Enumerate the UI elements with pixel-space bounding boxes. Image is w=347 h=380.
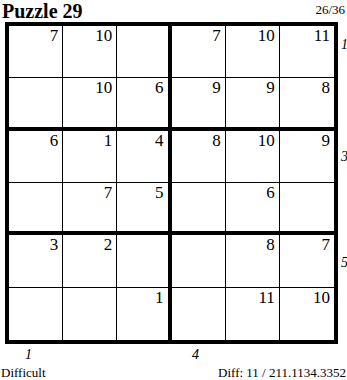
cell-r1c4: 7: [172, 26, 226, 78]
cell-r6c3: 1: [117, 288, 171, 340]
cell-r1c3: [117, 26, 171, 78]
cell-r2c5: 9: [226, 78, 280, 130]
cell-r4c4: [172, 183, 226, 235]
cell-r4c3: 5: [117, 183, 171, 235]
cell-r1c5: 10: [226, 26, 280, 78]
cell-r4c5: 6: [226, 183, 280, 235]
cell-r3c4: 8: [172, 131, 226, 183]
row-label-5: 5: [341, 256, 347, 270]
cell-r6c4: [172, 288, 226, 340]
cell-r5c4: [172, 235, 226, 287]
cell-r2c2: 10: [63, 78, 117, 130]
difficulty-label: Difficult: [1, 366, 46, 379]
cell-r3c3: 4: [117, 131, 171, 183]
diff-stats: Diff: 11 / 211.1134.3352: [218, 366, 346, 379]
row-label-1: 1: [341, 38, 347, 52]
cell-r4c1: [9, 183, 63, 235]
cell-r3c2: 1: [63, 131, 117, 183]
cell-r6c1: [9, 288, 63, 340]
given-count: 26/36: [315, 3, 345, 16]
cell-r3c6: 9: [280, 131, 334, 183]
cell-r2c3: 6: [117, 78, 171, 130]
page-title: Puzzle 29: [2, 1, 83, 21]
cell-r1c2: 10: [63, 26, 117, 78]
cell-r1c6: 11: [280, 26, 334, 78]
cell-r5c3: [117, 235, 171, 287]
cell-r5c5: 8: [226, 235, 280, 287]
cell-r2c1: [9, 78, 63, 130]
col-label-4: 4: [192, 348, 199, 362]
cell-r6c6: 10: [280, 288, 334, 340]
cell-r4c6: [280, 183, 334, 235]
cell-r3c1: 6: [9, 131, 63, 183]
puzzle-grid: 7 10 7 10 11 10 6 9 9 8 6 1 4 8 10 9 7 5…: [5, 22, 338, 344]
cell-r4c2: 7: [63, 183, 117, 235]
cell-r2c4: 9: [172, 78, 226, 130]
col-label-1: 1: [25, 348, 32, 362]
cell-r5c2: 2: [63, 235, 117, 287]
cell-r6c2: [63, 288, 117, 340]
row-label-3: 3: [341, 150, 347, 164]
cell-r6c5: 11: [226, 288, 280, 340]
cell-r5c6: 7: [280, 235, 334, 287]
cell-r3c5: 10: [226, 131, 280, 183]
cell-r1c1: 7: [9, 26, 63, 78]
puzzle-page: Puzzle 29 26/36 7 10 7 10 11 10 6 9 9 8 …: [0, 0, 347, 380]
cell-r5c1: 3: [9, 235, 63, 287]
cell-r2c6: 8: [280, 78, 334, 130]
